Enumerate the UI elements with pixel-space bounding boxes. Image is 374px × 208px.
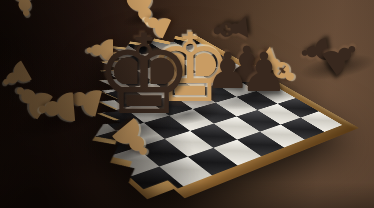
black-pawn-standing-3[interactable]: ♟	[240, 46, 288, 100]
white-pawn-offboard-topleft[interactable]: ♟	[3, 0, 45, 24]
square[interactable]	[31, 56, 72, 73]
chess-scene: ♟♟♝♟♟♟♟♟♟♟♟♝♟♟♟♟♚♚♟	[0, 0, 374, 208]
white-pawn-fallen-2[interactable]: ♟	[31, 84, 83, 131]
black-king[interactable]: ♚	[95, 20, 194, 130]
